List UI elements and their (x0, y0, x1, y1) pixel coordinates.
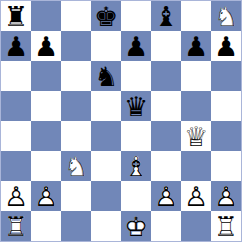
piece-outline-layer: ♘ (211, 1, 241, 31)
square-d4[interactable] (91, 121, 121, 151)
black-pawn[interactable]: ♟ (211, 31, 241, 61)
square-a4[interactable] (1, 121, 31, 151)
square-c6[interactable] (61, 61, 91, 91)
square-e3[interactable]: ♝♗ (121, 151, 151, 181)
piece-outline-layer: ♙ (211, 181, 241, 211)
piece-glyph: ♟ (31, 31, 61, 61)
square-d8[interactable]: ♚ (91, 1, 121, 31)
piece-outline-layer: ♗ (121, 151, 151, 181)
square-c8[interactable] (61, 1, 91, 31)
square-e7[interactable]: ♟ (121, 31, 151, 61)
black-pawn[interactable]: ♟ (121, 31, 151, 61)
square-b6[interactable] (31, 61, 61, 91)
square-c5[interactable] (61, 91, 91, 121)
square-h2[interactable]: ♟♙ (211, 181, 241, 211)
piece-glyph: ♞ (91, 61, 121, 91)
piece-outline-layer: ♖ (211, 211, 241, 241)
square-g1[interactable] (181, 211, 211, 241)
square-a3[interactable] (1, 151, 31, 181)
white-rook[interactable]: ♜♖ (1, 211, 31, 241)
black-pawn[interactable]: ♟ (31, 31, 61, 61)
piece-glyph: ♟ (211, 31, 241, 61)
white-pawn[interactable]: ♟♙ (211, 181, 241, 211)
square-a6[interactable] (1, 61, 31, 91)
square-h4[interactable] (211, 121, 241, 151)
piece-glyph: ♟ (1, 31, 31, 61)
square-f6[interactable] (151, 61, 181, 91)
square-g8[interactable] (181, 1, 211, 31)
piece-glyph: ♝ (151, 1, 181, 31)
white-queen[interactable]: ♛♕ (181, 121, 211, 151)
white-knight[interactable]: ♞♘ (61, 151, 91, 181)
white-knight[interactable]: ♞♘ (211, 1, 241, 31)
black-pawn[interactable]: ♟ (1, 31, 31, 61)
piece-outline-layer: ♙ (1, 181, 31, 211)
square-h7[interactable]: ♟ (211, 31, 241, 61)
square-f8[interactable]: ♝ (151, 1, 181, 31)
square-c3[interactable]: ♞♘ (61, 151, 91, 181)
white-pawn[interactable]: ♟♙ (31, 181, 61, 211)
square-g3[interactable] (181, 151, 211, 181)
white-pawn[interactable]: ♟♙ (181, 181, 211, 211)
square-c1[interactable] (61, 211, 91, 241)
square-a1[interactable]: ♜♖ (1, 211, 31, 241)
square-g6[interactable] (181, 61, 211, 91)
black-king[interactable]: ♚ (91, 1, 121, 31)
square-e8[interactable] (121, 1, 151, 31)
square-d5[interactable] (91, 91, 121, 121)
square-b7[interactable]: ♟ (31, 31, 61, 61)
square-d7[interactable] (91, 31, 121, 61)
square-c2[interactable] (61, 181, 91, 211)
square-b5[interactable] (31, 91, 61, 121)
square-f3[interactable] (151, 151, 181, 181)
piece-glyph: ♚ (91, 1, 121, 31)
piece-outline-layer: ♖ (1, 211, 31, 241)
square-f2[interactable]: ♟♙ (151, 181, 181, 211)
square-e5[interactable]: ♛ (121, 91, 151, 121)
square-a2[interactable]: ♟♙ (1, 181, 31, 211)
black-queen[interactable]: ♛ (121, 91, 151, 121)
square-c7[interactable] (61, 31, 91, 61)
white-king[interactable]: ♚♔ (121, 211, 151, 241)
square-a7[interactable]: ♟ (1, 31, 31, 61)
white-pawn[interactable]: ♟♙ (151, 181, 181, 211)
square-g2[interactable]: ♟♙ (181, 181, 211, 211)
white-pawn[interactable]: ♟♙ (1, 181, 31, 211)
square-h1[interactable]: ♜♖ (211, 211, 241, 241)
square-b4[interactable] (31, 121, 61, 151)
chess-board: ♜♚♝♞♘♟♟♟♟♟♞♛♛♕♞♘♝♗♟♙♟♙♟♙♟♙♟♙♜♖♚♔♜♖ (0, 0, 242, 242)
square-f7[interactable] (151, 31, 181, 61)
square-d1[interactable] (91, 211, 121, 241)
square-d3[interactable] (91, 151, 121, 181)
square-f5[interactable] (151, 91, 181, 121)
square-h5[interactable] (211, 91, 241, 121)
black-bishop[interactable]: ♝ (151, 1, 181, 31)
white-rook[interactable]: ♜♖ (211, 211, 241, 241)
piece-outline-layer: ♙ (31, 181, 61, 211)
piece-outline-layer: ♙ (181, 181, 211, 211)
square-d6[interactable]: ♞ (91, 61, 121, 91)
black-knight[interactable]: ♞ (91, 61, 121, 91)
square-h6[interactable] (211, 61, 241, 91)
black-pawn[interactable]: ♟ (181, 31, 211, 61)
piece-glyph: ♟ (181, 31, 211, 61)
piece-outline-layer: ♙ (151, 181, 181, 211)
square-a8[interactable]: ♜ (1, 1, 31, 31)
piece-glyph: ♜ (1, 1, 31, 31)
white-bishop[interactable]: ♝♗ (121, 151, 151, 181)
square-h3[interactable] (211, 151, 241, 181)
square-b8[interactable] (31, 1, 61, 31)
square-f1[interactable] (151, 211, 181, 241)
square-a5[interactable] (1, 91, 31, 121)
piece-outline-layer: ♕ (181, 121, 211, 151)
piece-glyph: ♛ (121, 91, 151, 121)
square-g5[interactable] (181, 91, 211, 121)
square-f4[interactable] (151, 121, 181, 151)
square-e6[interactable] (121, 61, 151, 91)
square-b2[interactable]: ♟♙ (31, 181, 61, 211)
square-g7[interactable]: ♟ (181, 31, 211, 61)
piece-glyph: ♟ (121, 31, 151, 61)
square-b1[interactable] (31, 211, 61, 241)
square-c4[interactable] (61, 121, 91, 151)
square-d2[interactable] (91, 181, 121, 211)
piece-outline-layer: ♔ (121, 211, 151, 241)
black-rook[interactable]: ♜ (1, 1, 31, 31)
square-e1[interactable]: ♚♔ (121, 211, 151, 241)
square-b3[interactable] (31, 151, 61, 181)
square-h8[interactable]: ♞♘ (211, 1, 241, 31)
piece-outline-layer: ♘ (61, 151, 91, 181)
square-e2[interactable] (121, 181, 151, 211)
square-e4[interactable] (121, 121, 151, 151)
square-g4[interactable]: ♛♕ (181, 121, 211, 151)
